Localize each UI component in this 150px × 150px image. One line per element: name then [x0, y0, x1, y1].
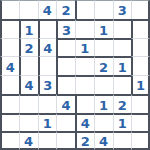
given-digit: 4	[43, 4, 52, 17]
given-digit: 1	[99, 23, 108, 36]
cell-r3c6[interactable]	[94, 38, 113, 57]
puzzle-page: 423131241421431412141424	[0, 0, 150, 150]
cell-r1c2[interactable]	[19, 0, 38, 19]
given-digit: 1	[136, 79, 145, 92]
cell-r1c4[interactable]: 2	[56, 0, 75, 19]
given-digit: 4	[43, 41, 52, 54]
cell-r5c1[interactable]	[0, 75, 19, 94]
cell-r8c1[interactable]	[0, 131, 19, 150]
cell-r2c4[interactable]: 3	[56, 19, 75, 38]
given-digit: 3	[62, 23, 71, 36]
given-digit: 4	[62, 98, 71, 111]
cell-r8c6[interactable]: 4	[94, 131, 113, 150]
given-digit: 2	[62, 4, 71, 17]
cell-r3c5[interactable]: 1	[75, 38, 94, 57]
given-digit: 4	[6, 60, 15, 73]
cell-r7c4[interactable]	[56, 113, 75, 132]
cell-r8c4[interactable]	[56, 131, 75, 150]
cell-r7c8[interactable]	[131, 113, 150, 132]
cell-r5c2[interactable]: 4	[19, 75, 38, 94]
given-digit: 4	[25, 79, 34, 92]
tatami-board: 423131241421431412141424	[0, 0, 150, 150]
cell-r8c5[interactable]: 2	[75, 131, 94, 150]
cell-r2c3[interactable]	[38, 19, 57, 38]
cell-r5c4[interactable]	[56, 75, 75, 94]
cell-r1c6[interactable]	[94, 0, 113, 19]
cell-r3c4[interactable]	[56, 38, 75, 57]
cell-r5c8[interactable]: 1	[131, 75, 150, 94]
cell-r2c8[interactable]	[131, 19, 150, 38]
cell-r6c2[interactable]	[19, 94, 38, 113]
cell-r6c4[interactable]: 4	[56, 94, 75, 113]
given-digit: 3	[118, 4, 127, 17]
cell-r2c6[interactable]: 1	[94, 19, 113, 38]
cell-r5c5[interactable]	[75, 75, 94, 94]
cell-r6c7[interactable]: 2	[113, 94, 132, 113]
given-digit: 2	[25, 41, 34, 54]
cell-r3c1[interactable]	[0, 38, 19, 57]
cell-r6c8[interactable]	[131, 94, 150, 113]
given-digit: 1	[80, 42, 89, 55]
cell-r2c1[interactable]	[0, 19, 19, 38]
cell-r7c3[interactable]: 1	[38, 113, 57, 132]
cell-r4c7[interactable]: 1	[113, 56, 132, 75]
cell-r8c7[interactable]	[113, 131, 132, 150]
cell-r8c2[interactable]: 4	[19, 131, 38, 150]
cell-r3c7[interactable]	[113, 38, 132, 57]
cell-r4c4[interactable]	[56, 56, 75, 75]
given-digit: 1	[25, 23, 34, 36]
given-digit: 2	[99, 61, 108, 74]
given-digit: 1	[99, 98, 108, 111]
cell-r6c6[interactable]: 1	[94, 94, 113, 113]
given-digit: 1	[43, 117, 52, 130]
cell-r7c6[interactable]	[94, 113, 113, 132]
cell-r7c2[interactable]	[19, 113, 38, 132]
given-digit: 1	[118, 117, 127, 130]
cell-r5c6[interactable]	[94, 75, 113, 94]
cell-r1c5[interactable]	[75, 0, 94, 19]
cell-r2c7[interactable]	[113, 19, 132, 38]
cell-r7c1[interactable]	[0, 113, 19, 132]
given-digit: 4	[99, 135, 108, 148]
cell-r4c1[interactable]: 4	[0, 56, 19, 75]
cell-r5c7[interactable]	[113, 75, 132, 94]
cell-r5c3[interactable]: 3	[38, 75, 57, 94]
cell-r7c7[interactable]: 1	[113, 113, 132, 132]
cell-r3c2[interactable]: 2	[19, 38, 38, 57]
cell-r6c5[interactable]	[75, 94, 94, 113]
cell-r3c3[interactable]: 4	[38, 38, 57, 57]
given-digit: 1	[118, 61, 127, 74]
cell-r4c6[interactable]: 2	[94, 56, 113, 75]
cell-r2c5[interactable]	[75, 19, 94, 38]
cell-r6c1[interactable]	[0, 94, 19, 113]
cell-r1c3[interactable]: 4	[38, 0, 57, 19]
given-digit: 2	[118, 98, 127, 111]
given-digit: 4	[24, 135, 33, 148]
cell-r1c8[interactable]	[131, 0, 150, 19]
cell-r4c3[interactable]	[38, 56, 57, 75]
cell-r4c5[interactable]	[75, 56, 94, 75]
cell-r4c8[interactable]	[131, 56, 150, 75]
cell-r2c2[interactable]: 1	[19, 19, 38, 38]
cell-r8c3[interactable]	[38, 131, 57, 150]
cell-r3c8[interactable]	[131, 38, 150, 57]
cell-r1c7[interactable]: 3	[113, 0, 132, 19]
given-digit: 2	[81, 135, 90, 148]
given-digit: 4	[81, 117, 90, 130]
cell-r8c8[interactable]	[131, 131, 150, 150]
given-digit: 3	[43, 79, 52, 92]
cell-r7c5[interactable]: 4	[75, 113, 94, 132]
cell-r4c2[interactable]	[19, 56, 38, 75]
cell-r6c3[interactable]	[38, 94, 57, 113]
cell-r1c1[interactable]	[0, 0, 19, 19]
